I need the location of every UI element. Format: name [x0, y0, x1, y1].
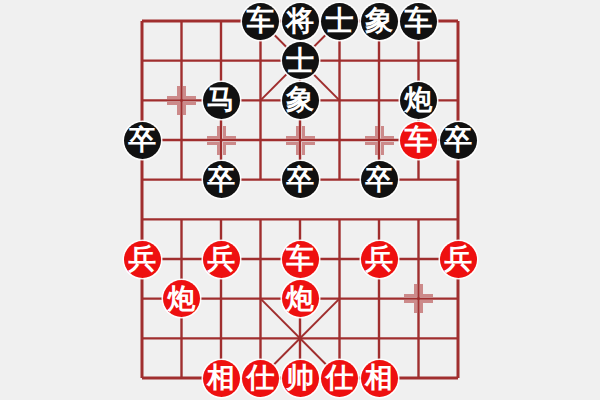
piece-black-chariot[interactable]: 车 — [242, 3, 279, 40]
piece-black-advisor[interactable]: 士 — [282, 42, 319, 79]
piece-black-soldier[interactable]: 卒 — [361, 161, 398, 198]
piece-red-soldier[interactable]: 兵 — [361, 241, 398, 278]
xiangqi-board: 车将士象车士马象炮卒车卒卒卒卒兵兵车兵兵炮炮相仕帅仕相 — [0, 0, 600, 400]
piece-red-soldier[interactable]: 兵 — [203, 241, 240, 278]
point-marker — [286, 126, 315, 155]
piece-red-soldier[interactable]: 兵 — [124, 241, 161, 278]
piece-black-advisor[interactable]: 士 — [321, 3, 358, 40]
piece-red-cannon[interactable]: 炮 — [282, 280, 319, 317]
piece-black-elephant[interactable]: 象 — [361, 3, 398, 40]
piece-red-elephant[interactable]: 相 — [203, 360, 240, 397]
piece-black-horse[interactable]: 马 — [203, 82, 240, 119]
piece-black-soldier[interactable]: 卒 — [440, 122, 477, 159]
piece-black-elephant[interactable]: 象 — [282, 82, 319, 119]
piece-black-soldier[interactable]: 卒 — [203, 161, 240, 198]
piece-red-advisor[interactable]: 仕 — [321, 360, 358, 397]
piece-black-soldier[interactable]: 卒 — [124, 122, 161, 159]
piece-red-chariot[interactable]: 车 — [400, 122, 437, 159]
piece-red-general[interactable]: 帅 — [282, 360, 319, 397]
piece-black-chariot[interactable]: 车 — [400, 3, 437, 40]
piece-black-general[interactable]: 将 — [282, 3, 319, 40]
point-marker — [365, 126, 394, 155]
piece-red-elephant[interactable]: 相 — [361, 360, 398, 397]
piece-red-cannon[interactable]: 炮 — [163, 280, 200, 317]
piece-red-advisor[interactable]: 仕 — [242, 360, 279, 397]
piece-black-soldier[interactable]: 卒 — [282, 161, 319, 198]
piece-red-soldier[interactable]: 兵 — [440, 241, 477, 278]
point-marker — [167, 86, 196, 115]
pieces-layer: 车将士象车士马象炮卒车卒卒卒卒兵兵车兵兵炮炮相仕帅仕相 — [0, 0, 600, 400]
point-marker — [207, 126, 236, 155]
piece-black-cannon[interactable]: 炮 — [400, 82, 437, 119]
piece-red-chariot[interactable]: 车 — [282, 241, 319, 278]
point-marker — [404, 284, 433, 313]
